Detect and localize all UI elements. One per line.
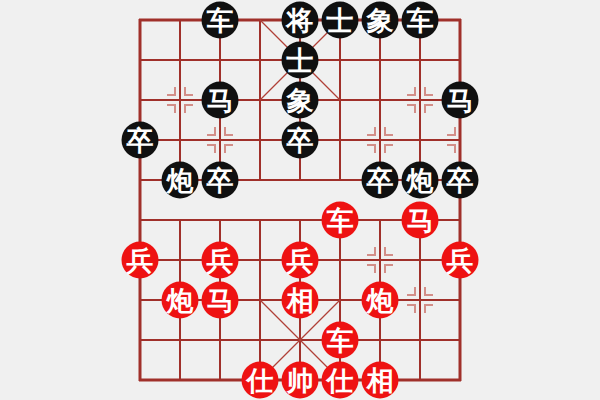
- piece-black-soldier[interactable]: 卒: [442, 162, 479, 199]
- piece-black-cannon[interactable]: 炮: [162, 162, 199, 199]
- xiangqi-board[interactable]: 车将士象车士马象马卒卒炮卒卒炮卒车马兵兵兵兵炮马相炮车仕帅仕相: [0, 0, 600, 400]
- piece-red-advisor[interactable]: 仕: [322, 362, 359, 399]
- piece-red-soldier[interactable]: 兵: [282, 242, 319, 279]
- piece-black-chariot[interactable]: 车: [202, 2, 239, 39]
- piece-black-soldier[interactable]: 卒: [202, 162, 239, 199]
- piece-black-advisor[interactable]: 士: [322, 2, 359, 39]
- piece-red-soldier[interactable]: 兵: [122, 242, 159, 279]
- piece-black-soldier[interactable]: 卒: [282, 122, 319, 159]
- piece-black-soldier[interactable]: 卒: [122, 122, 159, 159]
- piece-black-horse[interactable]: 马: [202, 82, 239, 119]
- piece-black-cannon[interactable]: 炮: [402, 162, 439, 199]
- piece-red-horse[interactable]: 马: [202, 282, 239, 319]
- piece-black-general[interactable]: 将: [282, 2, 319, 39]
- piece-red-cannon[interactable]: 炮: [162, 282, 199, 319]
- piece-red-elephant[interactable]: 相: [282, 282, 319, 319]
- piece-black-chariot[interactable]: 车: [402, 2, 439, 39]
- piece-black-horse[interactable]: 马: [442, 82, 479, 119]
- piece-red-general[interactable]: 帅: [282, 362, 319, 399]
- piece-black-elephant[interactable]: 象: [282, 82, 319, 119]
- piece-red-chariot[interactable]: 车: [322, 202, 359, 239]
- piece-red-advisor[interactable]: 仕: [242, 362, 279, 399]
- piece-red-horse[interactable]: 马: [402, 202, 439, 239]
- piece-red-chariot[interactable]: 车: [322, 322, 359, 359]
- piece-black-soldier[interactable]: 卒: [362, 162, 399, 199]
- piece-black-advisor[interactable]: 士: [282, 42, 319, 79]
- piece-red-soldier[interactable]: 兵: [202, 242, 239, 279]
- piece-red-cannon[interactable]: 炮: [362, 282, 399, 319]
- piece-red-elephant[interactable]: 相: [362, 362, 399, 399]
- piece-red-soldier[interactable]: 兵: [442, 242, 479, 279]
- piece-black-elephant[interactable]: 象: [362, 2, 399, 39]
